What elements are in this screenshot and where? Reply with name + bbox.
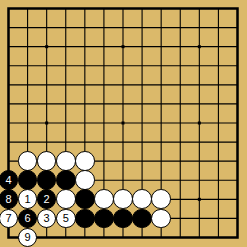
intersection[interactable] xyxy=(133,0,152,18)
intersection[interactable] xyxy=(37,37,56,56)
intersection[interactable] xyxy=(18,18,37,37)
white-stone xyxy=(75,170,95,190)
intersection[interactable] xyxy=(190,228,209,247)
move-number: 4 xyxy=(5,175,11,186)
intersection[interactable] xyxy=(18,0,37,18)
intersection[interactable] xyxy=(209,37,228,56)
move-number: 6 xyxy=(25,213,31,224)
intersection[interactable]: 7 xyxy=(0,209,18,228)
white-stone: 9 xyxy=(18,228,38,247)
intersection[interactable] xyxy=(18,171,37,190)
white-stone: 3 xyxy=(37,209,57,229)
go-board[interactable]: 481276359 xyxy=(0,0,247,247)
intersection[interactable] xyxy=(190,94,209,113)
intersection[interactable] xyxy=(152,152,171,171)
intersection[interactable] xyxy=(113,190,132,209)
intersection[interactable]: 1 xyxy=(18,190,37,209)
intersection[interactable] xyxy=(113,56,132,75)
intersection[interactable] xyxy=(171,152,190,171)
black-stone xyxy=(113,209,133,229)
intersection[interactable] xyxy=(209,228,228,247)
intersection[interactable] xyxy=(75,75,94,94)
intersection[interactable] xyxy=(152,209,171,228)
intersection[interactable] xyxy=(133,94,152,113)
intersection[interactable] xyxy=(133,228,152,247)
intersection[interactable] xyxy=(0,18,18,37)
intersection[interactable] xyxy=(75,94,94,113)
intersection[interactable] xyxy=(133,113,152,132)
white-stone xyxy=(37,151,57,171)
intersection[interactable] xyxy=(171,94,190,113)
intersection[interactable] xyxy=(37,228,56,247)
intersection[interactable] xyxy=(37,113,56,132)
intersection[interactable] xyxy=(190,0,209,18)
intersection[interactable] xyxy=(113,133,132,152)
intersection[interactable]: 8 xyxy=(0,190,18,209)
intersection[interactable] xyxy=(190,133,209,152)
white-stone xyxy=(56,189,76,209)
intersection[interactable] xyxy=(171,0,190,18)
intersection[interactable] xyxy=(209,171,228,190)
intersection[interactable] xyxy=(209,75,228,94)
intersection[interactable] xyxy=(209,94,228,113)
intersection[interactable] xyxy=(152,75,171,94)
white-stone: 1 xyxy=(18,189,38,209)
intersection[interactable] xyxy=(113,37,132,56)
intersection[interactable] xyxy=(228,209,247,228)
intersection[interactable] xyxy=(94,18,113,37)
intersection[interactable] xyxy=(75,37,94,56)
intersection[interactable] xyxy=(113,209,132,228)
intersection[interactable] xyxy=(18,94,37,113)
intersection[interactable] xyxy=(152,18,171,37)
intersection[interactable] xyxy=(152,94,171,113)
move-number: 1 xyxy=(25,194,31,205)
intersection[interactable] xyxy=(0,0,18,18)
intersection[interactable] xyxy=(18,133,37,152)
intersection[interactable] xyxy=(37,94,56,113)
stones-layer: 481276359 xyxy=(0,0,247,247)
intersection[interactable] xyxy=(228,113,247,132)
intersection[interactable] xyxy=(190,152,209,171)
black-stone xyxy=(18,170,38,190)
intersection[interactable] xyxy=(228,190,247,209)
black-stone: 2 xyxy=(37,189,57,209)
intersection[interactable] xyxy=(228,94,247,113)
intersection[interactable] xyxy=(113,75,132,94)
intersection[interactable] xyxy=(94,56,113,75)
white-stone xyxy=(151,189,171,209)
intersection[interactable] xyxy=(56,75,75,94)
intersection[interactable] xyxy=(56,113,75,132)
intersection[interactable] xyxy=(152,0,171,18)
intersection[interactable] xyxy=(37,133,56,152)
intersection[interactable] xyxy=(228,56,247,75)
intersection[interactable] xyxy=(133,209,152,228)
intersection[interactable] xyxy=(209,152,228,171)
intersection[interactable]: 2 xyxy=(37,190,56,209)
intersection[interactable] xyxy=(152,37,171,56)
intersection[interactable] xyxy=(94,133,113,152)
move-number: 9 xyxy=(25,232,31,243)
black-stone xyxy=(94,209,114,229)
intersection[interactable] xyxy=(94,152,113,171)
intersection[interactable] xyxy=(37,18,56,37)
black-stone: 6 xyxy=(18,209,38,229)
intersection[interactable] xyxy=(94,113,113,132)
intersection[interactable] xyxy=(75,171,94,190)
intersection[interactable] xyxy=(0,113,18,132)
intersection[interactable] xyxy=(18,152,37,171)
move-number: 3 xyxy=(44,213,50,224)
intersection[interactable] xyxy=(56,56,75,75)
intersection[interactable] xyxy=(152,133,171,152)
intersection[interactable] xyxy=(0,94,18,113)
white-stone xyxy=(151,209,171,229)
intersection[interactable] xyxy=(209,133,228,152)
intersection[interactable] xyxy=(56,190,75,209)
intersection[interactable] xyxy=(228,18,247,37)
intersection[interactable] xyxy=(209,190,228,209)
intersection[interactable] xyxy=(18,75,37,94)
intersection[interactable] xyxy=(190,113,209,132)
intersection[interactable] xyxy=(18,113,37,132)
intersection[interactable] xyxy=(209,0,228,18)
intersection[interactable] xyxy=(75,113,94,132)
intersection[interactable] xyxy=(18,37,37,56)
intersection[interactable] xyxy=(133,75,152,94)
intersection[interactable] xyxy=(113,94,132,113)
intersection[interactable] xyxy=(133,152,152,171)
white-stone xyxy=(18,151,38,171)
intersection[interactable] xyxy=(94,75,113,94)
intersection[interactable] xyxy=(190,37,209,56)
intersection[interactable] xyxy=(152,228,171,247)
intersection[interactable] xyxy=(190,75,209,94)
black-stone: 4 xyxy=(0,170,18,190)
intersection[interactable] xyxy=(152,56,171,75)
intersection[interactable] xyxy=(228,152,247,171)
black-stone xyxy=(75,209,95,229)
intersection[interactable] xyxy=(152,171,171,190)
intersection[interactable] xyxy=(133,171,152,190)
intersection[interactable] xyxy=(94,171,113,190)
intersection[interactable] xyxy=(171,37,190,56)
intersection[interactable] xyxy=(56,171,75,190)
intersection[interactable] xyxy=(133,190,152,209)
intersection[interactable] xyxy=(171,75,190,94)
intersection[interactable] xyxy=(228,37,247,56)
intersection[interactable] xyxy=(0,133,18,152)
intersection[interactable] xyxy=(190,171,209,190)
intersection[interactable] xyxy=(75,56,94,75)
intersection[interactable] xyxy=(228,171,247,190)
intersection[interactable] xyxy=(0,75,18,94)
intersection[interactable] xyxy=(133,133,152,152)
intersection[interactable] xyxy=(0,56,18,75)
intersection[interactable] xyxy=(37,152,56,171)
intersection[interactable] xyxy=(113,113,132,132)
move-number: 7 xyxy=(5,213,11,224)
intersection[interactable] xyxy=(56,152,75,171)
intersection[interactable] xyxy=(94,228,113,247)
intersection[interactable] xyxy=(56,133,75,152)
intersection[interactable] xyxy=(190,56,209,75)
intersection[interactable] xyxy=(171,190,190,209)
white-stone xyxy=(75,151,95,171)
white-stone xyxy=(94,189,114,209)
intersection[interactable]: 3 xyxy=(37,209,56,228)
intersection[interactable] xyxy=(75,152,94,171)
intersection[interactable] xyxy=(94,0,113,18)
intersection[interactable] xyxy=(56,228,75,247)
intersection[interactable] xyxy=(171,171,190,190)
intersection[interactable] xyxy=(171,228,190,247)
intersection[interactable] xyxy=(133,37,152,56)
intersection[interactable] xyxy=(228,0,247,18)
intersection[interactable] xyxy=(190,190,209,209)
move-number: 2 xyxy=(44,194,50,205)
intersection[interactable] xyxy=(0,228,18,247)
intersection[interactable] xyxy=(113,152,132,171)
intersection[interactable] xyxy=(18,56,37,75)
intersection[interactable] xyxy=(152,190,171,209)
intersection[interactable] xyxy=(94,37,113,56)
intersection[interactable] xyxy=(171,56,190,75)
intersection[interactable] xyxy=(171,113,190,132)
black-stone xyxy=(132,209,152,229)
intersection[interactable] xyxy=(190,209,209,228)
intersection[interactable] xyxy=(37,171,56,190)
black-stone xyxy=(37,170,57,190)
intersection[interactable] xyxy=(0,152,18,171)
intersection[interactable] xyxy=(56,0,75,18)
white-stone xyxy=(56,151,76,171)
intersection[interactable] xyxy=(37,56,56,75)
intersection[interactable] xyxy=(113,171,132,190)
intersection[interactable] xyxy=(171,133,190,152)
intersection[interactable] xyxy=(228,75,247,94)
intersection[interactable] xyxy=(228,133,247,152)
intersection[interactable] xyxy=(152,113,171,132)
intersection[interactable] xyxy=(56,18,75,37)
intersection[interactable] xyxy=(209,56,228,75)
intersection[interactable] xyxy=(209,113,228,132)
intersection[interactable] xyxy=(190,18,209,37)
intersection[interactable] xyxy=(209,209,228,228)
intersection[interactable] xyxy=(37,75,56,94)
intersection[interactable] xyxy=(56,94,75,113)
intersection[interactable]: 4 xyxy=(0,171,18,190)
intersection[interactable] xyxy=(113,0,132,18)
intersection[interactable] xyxy=(133,18,152,37)
intersection[interactable] xyxy=(94,209,113,228)
white-stone xyxy=(132,189,152,209)
intersection[interactable] xyxy=(0,37,18,56)
move-number: 8 xyxy=(5,194,11,205)
black-stone xyxy=(75,189,95,209)
intersection[interactable] xyxy=(75,228,94,247)
intersection[interactable] xyxy=(94,190,113,209)
intersection[interactable]: 6 xyxy=(18,209,37,228)
intersection[interactable] xyxy=(133,56,152,75)
intersection[interactable] xyxy=(171,18,190,37)
intersection[interactable] xyxy=(75,209,94,228)
intersection[interactable] xyxy=(56,37,75,56)
black-stone xyxy=(56,170,76,190)
intersection[interactable] xyxy=(94,94,113,113)
intersection[interactable] xyxy=(209,18,228,37)
intersection[interactable]: 9 xyxy=(18,228,37,247)
intersection[interactable] xyxy=(113,18,132,37)
intersection[interactable] xyxy=(75,0,94,18)
intersection[interactable] xyxy=(228,228,247,247)
intersection[interactable] xyxy=(37,0,56,18)
white-stone: 5 xyxy=(56,209,76,229)
intersection[interactable] xyxy=(75,190,94,209)
white-stone xyxy=(113,189,133,209)
move-number: 5 xyxy=(63,213,69,224)
intersection[interactable] xyxy=(113,228,132,247)
intersection[interactable] xyxy=(75,133,94,152)
intersection[interactable]: 5 xyxy=(56,209,75,228)
intersection[interactable] xyxy=(75,18,94,37)
black-stone: 8 xyxy=(0,189,18,209)
white-stone: 7 xyxy=(0,209,18,229)
intersection[interactable] xyxy=(171,209,190,228)
